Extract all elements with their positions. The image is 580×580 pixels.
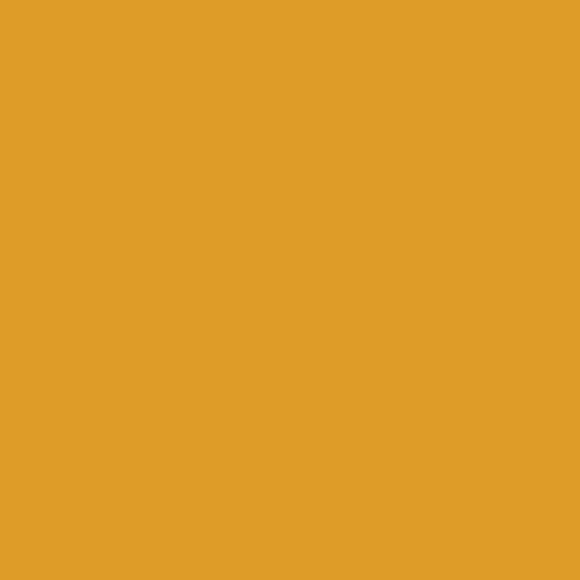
- board-grid: [0, 0, 580, 580]
- go-board[interactable]: [0, 0, 580, 580]
